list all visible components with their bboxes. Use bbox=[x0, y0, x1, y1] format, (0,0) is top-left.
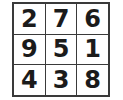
magic-square-board: 2 7 6 9 5 1 4 3 8 bbox=[12, 2, 110, 97]
grid-cell-r1c2: 7 bbox=[46, 4, 77, 34]
grid-cell-r3c3: 8 bbox=[77, 65, 108, 95]
grid-cell-r3c2: 3 bbox=[46, 65, 77, 95]
grid-cell-r1c3: 6 bbox=[77, 4, 108, 34]
grid-cell-r2c3: 1 bbox=[77, 35, 108, 65]
grid-cell-r3c1: 4 bbox=[14, 65, 45, 95]
grid-cell-r2c2: 5 bbox=[46, 35, 77, 65]
grid-cell-r1c1: 2 bbox=[14, 4, 45, 34]
grid-cell-r2c1: 9 bbox=[14, 35, 45, 65]
